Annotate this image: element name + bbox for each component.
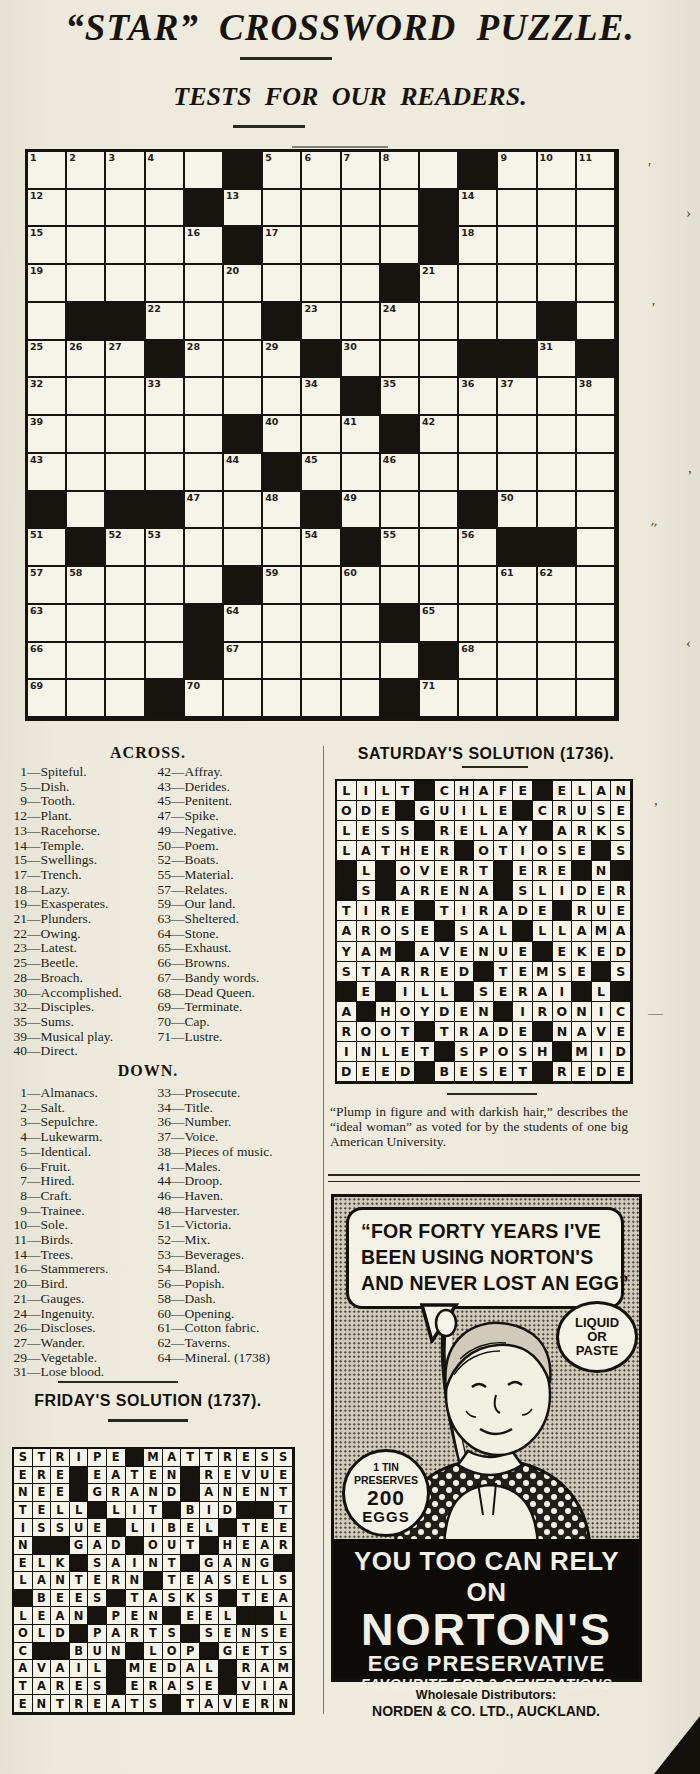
cell-R: R	[107, 1484, 126, 1502]
empty-cell	[577, 643, 616, 681]
clue-item: 27—Wander.	[6, 1336, 146, 1351]
cell-R: R	[455, 1022, 475, 1042]
cell-64: 64	[224, 605, 263, 643]
cell-E: E	[33, 1502, 52, 1520]
black-cell	[106, 492, 145, 530]
cell-M: M	[572, 1042, 592, 1062]
cell-I: I	[455, 801, 475, 821]
cell-B: B	[181, 1502, 200, 1520]
cell-7: 7	[342, 152, 381, 190]
cell-O: O	[163, 1643, 182, 1661]
cell-67: 67	[224, 643, 263, 681]
cell-66: 66	[28, 643, 67, 681]
cell-D: D	[357, 801, 377, 821]
black-cell	[302, 341, 341, 379]
cell-E: E	[357, 982, 377, 1002]
black-cell	[381, 680, 420, 718]
cell-E: E	[14, 1467, 33, 1485]
black-cell	[396, 801, 416, 821]
cell-Y: Y	[513, 821, 533, 841]
black-cell	[302, 492, 341, 530]
cell-H: H	[533, 1042, 553, 1062]
cell-R: R	[70, 1695, 89, 1713]
cell-E: E	[181, 1519, 200, 1537]
empty-cell	[498, 303, 537, 341]
black-cell	[513, 921, 533, 941]
empty-cell	[342, 643, 381, 681]
clue-item: 8—Craft.	[6, 1189, 146, 1204]
cell-37: 37	[498, 378, 537, 416]
cell-E: E	[494, 1062, 514, 1082]
margin-mark: ′′	[648, 520, 658, 538]
empty-cell	[302, 265, 341, 303]
cell-36: 36	[459, 378, 498, 416]
cell-T: T	[256, 1643, 275, 1661]
empty-cell	[263, 378, 302, 416]
black-cell	[224, 567, 263, 605]
cell-D: D	[611, 942, 631, 962]
cell-D: D	[396, 1062, 416, 1082]
cell-T: T	[144, 1502, 163, 1520]
empty-cell	[106, 605, 145, 643]
cell-A: A	[415, 942, 435, 962]
cell-A: A	[51, 1607, 70, 1625]
cell-D: D	[163, 1660, 182, 1678]
empty-cell	[577, 416, 616, 454]
cell-E: E	[274, 1625, 293, 1643]
cell-I: I	[592, 1042, 612, 1062]
cell-K: K	[592, 821, 612, 841]
cell-A: A	[51, 1660, 70, 1678]
cell-E: E	[513, 962, 533, 982]
cell-I: I	[256, 1678, 275, 1696]
oval-line-3: PASTE	[576, 1344, 618, 1358]
cell-S: S	[14, 1449, 33, 1467]
cell-L: L	[33, 1625, 52, 1643]
empty-cell	[185, 152, 224, 190]
empty-cell	[28, 303, 67, 341]
empty-cell	[67, 416, 106, 454]
cell-Y: Y	[415, 1002, 435, 1022]
clue-item: 46—Haven.	[150, 1189, 300, 1204]
clue-item: 1—Almanacs.	[6, 1086, 146, 1101]
cell-O: O	[533, 841, 553, 861]
cell-S: S	[513, 881, 533, 901]
black-cell	[107, 1590, 126, 1608]
empty-cell	[381, 567, 420, 605]
black-cell	[67, 529, 106, 567]
clue-item: 6—Fruit.	[6, 1160, 146, 1175]
margin-mark: ′	[648, 160, 651, 177]
clue-item: 30—Accomplished.	[6, 986, 146, 1001]
empty-cell	[577, 265, 616, 303]
cell-E: E	[237, 1695, 256, 1713]
cell-N: N	[219, 1484, 238, 1502]
cell-E: E	[533, 901, 553, 921]
cell-R: R	[553, 1062, 573, 1082]
empty-cell	[106, 416, 145, 454]
cell-L: L	[51, 1502, 70, 1520]
cell-O: O	[337, 801, 357, 821]
clue-item: 20—Bird.	[6, 1277, 146, 1292]
cell-R: R	[572, 821, 592, 841]
black-cell	[435, 921, 455, 941]
empty-cell	[185, 567, 224, 605]
cell-E: E	[455, 1002, 475, 1022]
black-cell	[185, 643, 224, 681]
cell-44: 44	[224, 454, 263, 492]
ad-top-rule-2	[328, 1181, 640, 1182]
cell-R: R	[572, 901, 592, 921]
subtitle-rule	[233, 125, 305, 128]
empty-cell	[420, 152, 459, 190]
clue-item: 50—Poem.	[150, 839, 296, 854]
clue-item: 19—Exasperates.	[6, 897, 146, 912]
empty-cell	[577, 190, 616, 228]
cell-N: N	[107, 1643, 126, 1661]
empty-cell	[342, 454, 381, 492]
black-cell	[200, 1643, 219, 1661]
cell-L: L	[553, 921, 573, 941]
black-cell	[237, 1502, 256, 1520]
cell-P: P	[107, 1607, 126, 1625]
empty-cell	[302, 605, 341, 643]
cell-A: A	[144, 1590, 163, 1608]
empty-cell	[342, 303, 381, 341]
egg-icon	[436, 1310, 456, 1336]
ad-top-rule-1	[328, 1174, 640, 1176]
empty-cell	[185, 529, 224, 567]
cell-G: G	[88, 1484, 107, 1502]
cell-E: E	[200, 1678, 219, 1696]
empty-cell	[146, 643, 185, 681]
banner-line-1: YOU TOO CAN RELY ON	[334, 1546, 639, 1608]
black-cell	[498, 341, 537, 379]
cell-D: D	[455, 962, 475, 982]
empty-cell	[263, 190, 302, 228]
black-cell	[14, 1590, 33, 1608]
cell-H: H	[396, 841, 416, 861]
cell-N: N	[553, 1022, 573, 1042]
empty-cell	[459, 416, 498, 454]
clue-item: 44—Droop.	[150, 1174, 300, 1189]
cell-I: I	[396, 982, 416, 1002]
cell-E: E	[256, 1590, 275, 1608]
empty-cell	[224, 303, 263, 341]
clue-item: 21—Plunders.	[6, 912, 146, 927]
cell-T: T	[181, 1695, 200, 1713]
cell-L: L	[474, 821, 494, 841]
cell-R: R	[144, 1678, 163, 1696]
empty-cell	[106, 680, 145, 718]
black-cell	[144, 1572, 163, 1590]
cell-N: N	[474, 942, 494, 962]
cell-S: S	[357, 881, 377, 901]
clue-item: 55—Material.	[150, 868, 296, 883]
cell-A: A	[88, 1537, 107, 1555]
cell-E: E	[107, 1449, 126, 1467]
black-cell	[256, 1607, 275, 1625]
cell-52: 52	[106, 529, 145, 567]
cell-R: R	[415, 881, 435, 901]
black-cell	[498, 529, 537, 567]
cell-T: T	[163, 1555, 182, 1573]
cell-N: N	[274, 1695, 293, 1713]
one-tin-badge: 1 TIN PRESERVES 200 EGGS	[342, 1449, 430, 1537]
cell-O: O	[357, 1022, 377, 1042]
empty-cell	[185, 303, 224, 341]
cell-A: A	[611, 921, 631, 941]
black-cell	[70, 1484, 89, 1502]
circle-line-3: 200	[367, 1487, 405, 1509]
cell-A: A	[200, 1572, 219, 1590]
empty-cell	[420, 567, 459, 605]
cell-E: E	[219, 1625, 238, 1643]
cell-N: N	[474, 1002, 494, 1022]
cell-T: T	[415, 1042, 435, 1062]
cell-I: I	[513, 1002, 533, 1022]
cell-R: R	[107, 1572, 126, 1590]
black-cell	[572, 982, 592, 1002]
cell-E: E	[396, 1042, 416, 1062]
cell-A: A	[33, 1572, 52, 1590]
cell-N: N	[592, 861, 612, 881]
margin-mark: —	[648, 1005, 663, 1022]
empty-cell	[498, 643, 537, 681]
cell-T: T	[51, 1695, 70, 1713]
cell-30: 30	[342, 341, 381, 379]
cell-I: I	[70, 1660, 89, 1678]
cell-S: S	[200, 1590, 219, 1608]
black-cell	[126, 1537, 145, 1555]
cell-70: 70	[185, 680, 224, 718]
cell-A: A	[494, 901, 514, 921]
clue-item: 17—Trench.	[6, 868, 146, 883]
cell-O: O	[376, 1022, 396, 1042]
cell-E: E	[611, 1062, 631, 1082]
cell-U: U	[256, 1467, 275, 1485]
cell-E: E	[51, 1484, 70, 1502]
empty-cell	[538, 454, 577, 492]
cell-E: E	[88, 1519, 107, 1537]
black-cell	[219, 1660, 238, 1678]
cell-E: E	[435, 861, 455, 881]
page-title: “STAR” CROSSWORD PUZZLE.	[0, 6, 700, 49]
black-cell	[415, 821, 435, 841]
across-clues-col2: 42—Affray.43—Derides.45—Penitent.47—Spik…	[150, 765, 296, 1044]
cell-D: D	[572, 881, 592, 901]
liquid-or-paste-badge: LIQUID OR PASTE	[556, 1301, 638, 1373]
cell-A: A	[494, 821, 514, 841]
cell-G: G	[256, 1555, 275, 1573]
cell-L: L	[126, 1519, 145, 1537]
black-cell	[592, 841, 612, 861]
cell-F: F	[494, 781, 514, 801]
cell-V: V	[592, 1022, 612, 1042]
cell-E: E	[455, 821, 475, 841]
empty-cell	[498, 605, 537, 643]
cell-E: E	[274, 1519, 293, 1537]
cell-A: A	[274, 1590, 293, 1608]
cell-D: D	[513, 901, 533, 921]
cell-E: E	[70, 1590, 89, 1608]
black-cell	[126, 1643, 145, 1661]
cell-T: T	[14, 1678, 33, 1696]
cell-E: E	[256, 1519, 275, 1537]
clue-item: 60—Opening.	[150, 1307, 300, 1322]
empty-cell	[302, 567, 341, 605]
cell-E: E	[611, 901, 631, 921]
margin-mark: ›	[686, 205, 691, 222]
cell-T: T	[494, 841, 514, 861]
cell-R: R	[611, 881, 631, 901]
cell-D: D	[592, 1062, 612, 1082]
clue-item: 5—Identical.	[6, 1145, 146, 1160]
cell-M: M	[533, 962, 553, 982]
cell-14: 14	[459, 190, 498, 228]
cell-I: I	[200, 1502, 219, 1520]
empty-cell	[67, 680, 106, 718]
black-cell	[107, 1519, 126, 1537]
cell-L: L	[14, 1607, 33, 1625]
cell-M: M	[126, 1660, 145, 1678]
clue-item: 31—Lose blood.	[6, 1365, 146, 1380]
black-cell	[274, 1555, 293, 1573]
clue-item: 48—Harvester.	[150, 1204, 300, 1219]
down-clues-col2: 33—Prosecute.34—Title.36—Number.37—Voice…	[150, 1086, 300, 1365]
cell-P: P	[474, 1042, 494, 1062]
cell-A: A	[474, 921, 494, 941]
saturday-header-rule	[462, 766, 528, 768]
saturday-solution-header: SATURDAY'S SOLUTION (1736).	[330, 745, 642, 763]
cell-L: L	[88, 1660, 107, 1678]
black-cell	[553, 901, 573, 921]
cell-54: 54	[302, 529, 341, 567]
clue-item: 47—Spike.	[150, 809, 296, 824]
cell-S: S	[274, 1572, 293, 1590]
cell-E: E	[611, 1022, 631, 1042]
clue-item: 57—Relates.	[150, 883, 296, 898]
cell-T: T	[144, 1625, 163, 1643]
cell-U: U	[572, 801, 592, 821]
black-cell	[256, 1502, 275, 1520]
empty-cell	[106, 227, 145, 265]
cell-15: 15	[28, 227, 67, 265]
cell-S: S	[256, 1625, 275, 1643]
empty-cell	[342, 227, 381, 265]
ad-distributor-line2: NORDEN & CO. LTD., AUCKLAND.	[330, 1703, 642, 1719]
cell-E: E	[592, 881, 612, 901]
empty-cell	[538, 643, 577, 681]
cell-46: 46	[381, 454, 420, 492]
empty-cell	[459, 605, 498, 643]
cell-E: E	[435, 881, 455, 901]
cell-68: 68	[459, 643, 498, 681]
clue-item: 32—Disciples.	[6, 1000, 146, 1015]
cell-K: K	[51, 1555, 70, 1573]
empty-cell	[420, 492, 459, 530]
cell-D: D	[51, 1625, 70, 1643]
cell-A: A	[200, 1484, 219, 1502]
cell-I: I	[455, 901, 475, 921]
empty-cell	[106, 378, 145, 416]
cell-T: T	[126, 1590, 145, 1608]
cell-B: B	[33, 1590, 52, 1608]
cell-R: R	[274, 1537, 293, 1555]
cell-62: 62	[538, 567, 577, 605]
cell-I: I	[357, 901, 377, 921]
black-cell	[163, 1695, 182, 1713]
cell-E: E	[88, 1695, 107, 1713]
cell-A: A	[337, 921, 357, 941]
cell-R: R	[396, 962, 416, 982]
cell-S: S	[474, 1062, 494, 1082]
cell-R: R	[474, 901, 494, 921]
cell-A: A	[337, 1002, 357, 1022]
cell-53: 53	[146, 529, 185, 567]
empty-cell	[224, 529, 263, 567]
ad-inner: “FOR FORTY YEARS I'VE BEEN USING NORTON'…	[334, 1197, 639, 1679]
clue-item: 52—Mix.	[150, 1233, 300, 1248]
clue-item: 7—Hired.	[6, 1174, 146, 1189]
cell-A: A	[14, 1660, 33, 1678]
empty-cell	[577, 303, 616, 341]
cell-60: 60	[342, 567, 381, 605]
cell-T: T	[70, 1572, 89, 1590]
cell-I: I	[14, 1519, 33, 1537]
cell-L: L	[415, 982, 435, 1002]
cell-A: A	[396, 881, 416, 901]
cell-E: E	[88, 1572, 107, 1590]
cell-58: 58	[67, 567, 106, 605]
clue-item: 71—Lustre.	[150, 1030, 296, 1045]
cell-T: T	[237, 1519, 256, 1537]
cell-U: U	[163, 1537, 182, 1555]
clue-item: 11—Birds.	[6, 1233, 146, 1248]
cell-S: S	[611, 821, 631, 841]
empty-cell	[263, 265, 302, 303]
clue-item: 64—Stone.	[150, 927, 296, 942]
cell-U: U	[435, 801, 455, 821]
clue-item: 54—Bland.	[150, 1262, 300, 1277]
cell-71: 71	[420, 680, 459, 718]
cell-S: S	[33, 1519, 52, 1537]
cell-G: G	[415, 801, 435, 821]
black-cell	[494, 861, 514, 881]
cell-O: O	[14, 1625, 33, 1643]
cell-A: A	[219, 1555, 238, 1573]
clue-item: 38—Pieces of music.	[150, 1145, 300, 1160]
cell-L: L	[107, 1502, 126, 1520]
empty-cell	[498, 227, 537, 265]
cell-M: M	[376, 942, 396, 962]
empty-cell	[498, 680, 537, 718]
black-cell	[107, 1660, 126, 1678]
clue-item: 69—Terminate.	[150, 1000, 296, 1015]
cell-T: T	[474, 861, 494, 881]
cell-M: M	[144, 1449, 163, 1467]
cell-N: N	[256, 1484, 275, 1502]
cell-S: S	[376, 821, 396, 841]
black-cell	[70, 1467, 89, 1485]
cell-E: E	[51, 1467, 70, 1485]
ad-banner: YOU TOO CAN RELY ON NORTON'S EGG PRESERV…	[334, 1539, 639, 1679]
friday-solution-grid: STRIPEMATTRESSEREEATENREVUENEEGRANDANENT…	[12, 1447, 295, 1715]
cell-S: S	[274, 1449, 293, 1467]
cell-S: S	[592, 801, 612, 821]
cell-O: O	[494, 1042, 514, 1062]
cell-P: P	[88, 1625, 107, 1643]
